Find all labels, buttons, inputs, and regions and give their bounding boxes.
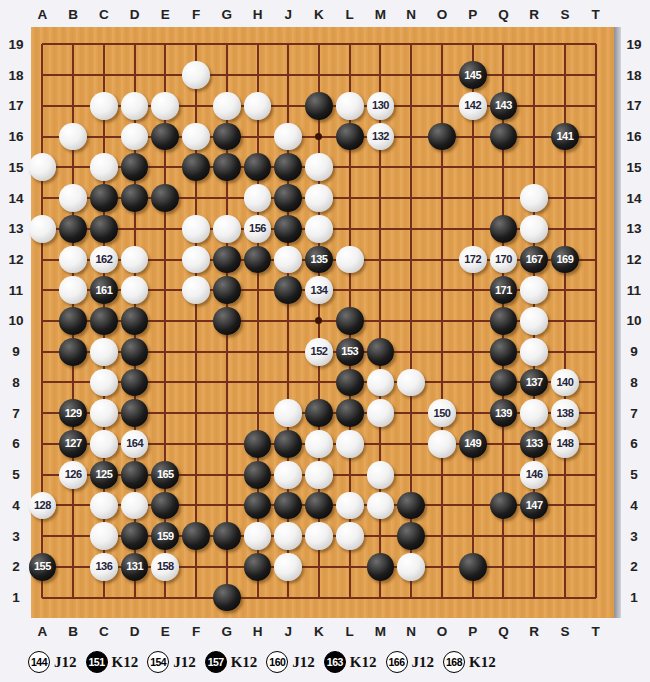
intersection-A8[interactable] [27, 367, 58, 398]
intersection-L3[interactable] [334, 521, 365, 552]
intersection-O2[interactable] [427, 552, 458, 583]
intersection-C19[interactable] [88, 29, 119, 60]
intersection-A18[interactable] [27, 60, 58, 91]
intersection-P11[interactable] [457, 275, 488, 306]
intersection-G14[interactable] [211, 183, 242, 214]
intersection-D10[interactable] [119, 306, 150, 337]
intersection-J9[interactable] [273, 336, 304, 367]
intersection-P1[interactable] [457, 582, 488, 613]
intersection-T17[interactable] [580, 90, 611, 121]
intersection-B19[interactable] [58, 29, 89, 60]
intersection-R19[interactable] [519, 29, 550, 60]
intersection-Q18[interactable] [488, 60, 519, 91]
intersection-L19[interactable] [334, 29, 365, 60]
intersection-F4[interactable] [181, 490, 212, 521]
intersection-G1[interactable] [211, 582, 242, 613]
intersection-G3[interactable] [211, 521, 242, 552]
intersection-M12[interactable] [365, 244, 396, 275]
intersection-R10[interactable] [519, 306, 550, 337]
intersection-J19[interactable] [273, 29, 304, 60]
intersection-O12[interactable] [427, 244, 458, 275]
intersection-J14[interactable] [273, 183, 304, 214]
intersection-B11[interactable] [58, 275, 89, 306]
intersection-O6[interactable] [427, 429, 458, 460]
intersection-K11[interactable]: 134 [304, 275, 335, 306]
intersection-D7[interactable] [119, 398, 150, 429]
intersection-D4[interactable] [119, 490, 150, 521]
intersection-E7[interactable] [150, 398, 181, 429]
intersection-S8[interactable]: 140 [550, 367, 581, 398]
intersection-B13[interactable] [58, 213, 89, 244]
intersection-F13[interactable] [181, 213, 212, 244]
intersection-D17[interactable] [119, 90, 150, 121]
intersection-C6[interactable] [88, 429, 119, 460]
intersection-L16[interactable] [334, 121, 365, 152]
intersection-Q17[interactable]: 143 [488, 90, 519, 121]
intersection-R6[interactable]: 133 [519, 429, 550, 460]
intersection-K16[interactable] [304, 121, 335, 152]
intersection-L15[interactable] [334, 152, 365, 183]
intersection-H10[interactable] [242, 306, 273, 337]
intersection-O1[interactable] [427, 582, 458, 613]
intersection-E8[interactable] [150, 367, 181, 398]
intersection-H9[interactable] [242, 336, 273, 367]
intersection-O16[interactable] [427, 121, 458, 152]
intersection-L2[interactable] [334, 552, 365, 583]
intersection-B3[interactable] [58, 521, 89, 552]
intersection-R8[interactable]: 137 [519, 367, 550, 398]
intersection-J16[interactable] [273, 121, 304, 152]
intersection-S9[interactable] [550, 336, 581, 367]
intersection-J12[interactable] [273, 244, 304, 275]
intersection-D19[interactable] [119, 29, 150, 60]
intersection-F9[interactable] [181, 336, 212, 367]
intersection-K7[interactable] [304, 398, 335, 429]
intersection-R13[interactable] [519, 213, 550, 244]
intersection-A15[interactable] [27, 152, 58, 183]
intersection-S19[interactable] [550, 29, 581, 60]
intersection-Q9[interactable] [488, 336, 519, 367]
intersection-D15[interactable] [119, 152, 150, 183]
intersection-G18[interactable] [211, 60, 242, 91]
intersection-L6[interactable] [334, 429, 365, 460]
intersection-D11[interactable] [119, 275, 150, 306]
intersection-T5[interactable] [580, 459, 611, 490]
intersection-Q7[interactable]: 139 [488, 398, 519, 429]
intersection-N12[interactable] [396, 244, 427, 275]
intersection-A11[interactable] [27, 275, 58, 306]
intersection-T10[interactable] [580, 306, 611, 337]
intersection-F10[interactable] [181, 306, 212, 337]
intersection-N18[interactable] [396, 60, 427, 91]
intersection-O14[interactable] [427, 183, 458, 214]
intersection-S2[interactable] [550, 552, 581, 583]
intersection-H5[interactable] [242, 459, 273, 490]
intersection-Q5[interactable] [488, 459, 519, 490]
intersection-S15[interactable] [550, 152, 581, 183]
intersection-M10[interactable] [365, 306, 396, 337]
intersection-S14[interactable] [550, 183, 581, 214]
intersection-Q12[interactable]: 170 [488, 244, 519, 275]
intersection-D12[interactable] [119, 244, 150, 275]
intersection-K19[interactable] [304, 29, 335, 60]
intersection-O11[interactable] [427, 275, 458, 306]
intersection-F7[interactable] [181, 398, 212, 429]
intersection-H7[interactable] [242, 398, 273, 429]
intersection-A14[interactable] [27, 183, 58, 214]
intersection-O8[interactable] [427, 367, 458, 398]
intersection-S7[interactable]: 138 [550, 398, 581, 429]
intersection-O5[interactable] [427, 459, 458, 490]
intersection-G4[interactable] [211, 490, 242, 521]
intersection-C5[interactable]: 125 [88, 459, 119, 490]
intersection-M18[interactable] [365, 60, 396, 91]
intersection-L11[interactable] [334, 275, 365, 306]
intersection-B10[interactable] [58, 306, 89, 337]
intersection-S6[interactable]: 148 [550, 429, 581, 460]
intersection-H18[interactable] [242, 60, 273, 91]
intersection-N7[interactable] [396, 398, 427, 429]
intersection-C17[interactable] [88, 90, 119, 121]
intersection-G5[interactable] [211, 459, 242, 490]
intersection-K9[interactable]: 152 [304, 336, 335, 367]
intersection-M7[interactable] [365, 398, 396, 429]
intersection-P7[interactable] [457, 398, 488, 429]
intersection-K18[interactable] [304, 60, 335, 91]
intersection-O17[interactable] [427, 90, 458, 121]
intersection-P5[interactable] [457, 459, 488, 490]
intersection-F2[interactable] [181, 552, 212, 583]
intersection-F15[interactable] [181, 152, 212, 183]
intersection-L13[interactable] [334, 213, 365, 244]
intersection-K2[interactable] [304, 552, 335, 583]
intersection-J5[interactable] [273, 459, 304, 490]
intersection-G6[interactable] [211, 429, 242, 460]
intersection-F8[interactable] [181, 367, 212, 398]
intersection-M9[interactable] [365, 336, 396, 367]
intersection-B12[interactable] [58, 244, 89, 275]
intersection-J17[interactable] [273, 90, 304, 121]
intersection-T4[interactable] [580, 490, 611, 521]
intersection-G12[interactable] [211, 244, 242, 275]
intersection-N16[interactable] [396, 121, 427, 152]
intersection-S4[interactable] [550, 490, 581, 521]
intersection-E1[interactable] [150, 582, 181, 613]
intersection-E3[interactable]: 159 [150, 521, 181, 552]
intersection-C12[interactable]: 162 [88, 244, 119, 275]
intersection-E13[interactable] [150, 213, 181, 244]
intersection-T14[interactable] [580, 183, 611, 214]
intersection-F16[interactable] [181, 121, 212, 152]
intersection-D1[interactable] [119, 582, 150, 613]
intersection-P17[interactable]: 142 [457, 90, 488, 121]
intersection-G11[interactable] [211, 275, 242, 306]
intersection-P19[interactable] [457, 29, 488, 60]
intersection-B7[interactable]: 129 [58, 398, 89, 429]
intersection-K12[interactable]: 135 [304, 244, 335, 275]
intersection-T13[interactable] [580, 213, 611, 244]
intersection-M14[interactable] [365, 183, 396, 214]
intersection-F18[interactable] [181, 60, 212, 91]
intersection-N1[interactable] [396, 582, 427, 613]
intersection-L9[interactable]: 153 [334, 336, 365, 367]
intersection-Q11[interactable]: 171 [488, 275, 519, 306]
intersection-J13[interactable] [273, 213, 304, 244]
intersection-C8[interactable] [88, 367, 119, 398]
intersection-Q13[interactable] [488, 213, 519, 244]
intersection-T1[interactable] [580, 582, 611, 613]
intersection-H12[interactable] [242, 244, 273, 275]
intersection-T16[interactable] [580, 121, 611, 152]
intersection-B18[interactable] [58, 60, 89, 91]
intersection-G7[interactable] [211, 398, 242, 429]
intersection-P18[interactable]: 145 [457, 60, 488, 91]
intersection-P10[interactable] [457, 306, 488, 337]
intersection-R4[interactable]: 147 [519, 490, 550, 521]
intersection-T8[interactable] [580, 367, 611, 398]
intersection-A16[interactable] [27, 121, 58, 152]
intersection-T15[interactable] [580, 152, 611, 183]
intersection-L8[interactable] [334, 367, 365, 398]
intersection-M11[interactable] [365, 275, 396, 306]
intersection-Q19[interactable] [488, 29, 519, 60]
intersection-R9[interactable] [519, 336, 550, 367]
intersection-B17[interactable] [58, 90, 89, 121]
intersection-L5[interactable] [334, 459, 365, 490]
intersection-E16[interactable] [150, 121, 181, 152]
intersection-L14[interactable] [334, 183, 365, 214]
intersection-J3[interactable] [273, 521, 304, 552]
intersection-H4[interactable] [242, 490, 273, 521]
intersection-A12[interactable] [27, 244, 58, 275]
intersection-J8[interactable] [273, 367, 304, 398]
intersection-N4[interactable] [396, 490, 427, 521]
intersection-A6[interactable] [27, 429, 58, 460]
intersection-K1[interactable] [304, 582, 335, 613]
intersection-Q3[interactable] [488, 521, 519, 552]
intersection-M4[interactable] [365, 490, 396, 521]
intersection-L4[interactable] [334, 490, 365, 521]
intersection-H15[interactable] [242, 152, 273, 183]
intersection-M8[interactable] [365, 367, 396, 398]
intersection-P6[interactable]: 149 [457, 429, 488, 460]
intersection-Q4[interactable] [488, 490, 519, 521]
intersection-D6[interactable]: 164 [119, 429, 150, 460]
intersection-C10[interactable] [88, 306, 119, 337]
intersection-K14[interactable] [304, 183, 335, 214]
intersection-T19[interactable] [580, 29, 611, 60]
intersection-N17[interactable] [396, 90, 427, 121]
intersection-O15[interactable] [427, 152, 458, 183]
intersection-A5[interactable] [27, 459, 58, 490]
intersection-B16[interactable] [58, 121, 89, 152]
intersection-C11[interactable]: 161 [88, 275, 119, 306]
intersection-Q10[interactable] [488, 306, 519, 337]
intersection-S10[interactable] [550, 306, 581, 337]
intersection-B4[interactable] [58, 490, 89, 521]
intersection-B15[interactable] [58, 152, 89, 183]
intersection-F12[interactable] [181, 244, 212, 275]
intersection-B6[interactable]: 127 [58, 429, 89, 460]
intersection-L10[interactable] [334, 306, 365, 337]
intersection-E5[interactable]: 165 [150, 459, 181, 490]
intersection-A3[interactable] [27, 521, 58, 552]
intersection-N5[interactable] [396, 459, 427, 490]
intersection-L1[interactable] [334, 582, 365, 613]
intersection-D2[interactable]: 131 [119, 552, 150, 583]
intersection-K8[interactable] [304, 367, 335, 398]
intersection-R11[interactable] [519, 275, 550, 306]
intersection-H14[interactable] [242, 183, 273, 214]
intersection-J1[interactable] [273, 582, 304, 613]
intersection-J15[interactable] [273, 152, 304, 183]
intersection-Q14[interactable] [488, 183, 519, 214]
intersection-S5[interactable] [550, 459, 581, 490]
intersection-N8[interactable] [396, 367, 427, 398]
intersection-G2[interactable] [211, 552, 242, 583]
intersection-T6[interactable] [580, 429, 611, 460]
intersection-A9[interactable] [27, 336, 58, 367]
intersection-O4[interactable] [427, 490, 458, 521]
intersection-S16[interactable]: 141 [550, 121, 581, 152]
intersection-E19[interactable] [150, 29, 181, 60]
intersection-P13[interactable] [457, 213, 488, 244]
intersection-S18[interactable] [550, 60, 581, 91]
intersection-G9[interactable] [211, 336, 242, 367]
intersection-A4[interactable]: 128 [27, 490, 58, 521]
intersection-C1[interactable] [88, 582, 119, 613]
intersection-R7[interactable] [519, 398, 550, 429]
intersection-M19[interactable] [365, 29, 396, 60]
intersection-O13[interactable] [427, 213, 458, 244]
intersection-T3[interactable] [580, 521, 611, 552]
intersection-C9[interactable] [88, 336, 119, 367]
intersection-J18[interactable] [273, 60, 304, 91]
intersection-D13[interactable] [119, 213, 150, 244]
intersection-O18[interactable] [427, 60, 458, 91]
intersection-F3[interactable] [181, 521, 212, 552]
intersection-K4[interactable] [304, 490, 335, 521]
intersection-R16[interactable] [519, 121, 550, 152]
intersection-M17[interactable]: 130 [365, 90, 396, 121]
intersection-B14[interactable] [58, 183, 89, 214]
intersection-T12[interactable] [580, 244, 611, 275]
intersection-J2[interactable] [273, 552, 304, 583]
intersection-S12[interactable]: 169 [550, 244, 581, 275]
intersection-C15[interactable] [88, 152, 119, 183]
intersection-Q2[interactable] [488, 552, 519, 583]
intersection-O19[interactable] [427, 29, 458, 60]
intersection-T18[interactable] [580, 60, 611, 91]
intersection-H17[interactable] [242, 90, 273, 121]
intersection-L17[interactable] [334, 90, 365, 121]
intersection-A13[interactable] [27, 213, 58, 244]
intersection-C16[interactable] [88, 121, 119, 152]
intersection-N6[interactable] [396, 429, 427, 460]
intersection-E4[interactable] [150, 490, 181, 521]
intersection-P16[interactable] [457, 121, 488, 152]
intersection-F6[interactable] [181, 429, 212, 460]
intersection-P4[interactable] [457, 490, 488, 521]
intersection-H19[interactable] [242, 29, 273, 60]
intersection-R5[interactable]: 146 [519, 459, 550, 490]
intersection-D8[interactable] [119, 367, 150, 398]
intersection-O7[interactable]: 150 [427, 398, 458, 429]
intersection-A7[interactable] [27, 398, 58, 429]
intersection-H2[interactable] [242, 552, 273, 583]
intersection-H6[interactable] [242, 429, 273, 460]
intersection-B2[interactable] [58, 552, 89, 583]
intersection-N14[interactable] [396, 183, 427, 214]
intersection-R12[interactable]: 167 [519, 244, 550, 275]
intersection-F19[interactable] [181, 29, 212, 60]
intersection-L12[interactable] [334, 244, 365, 275]
intersection-B9[interactable] [58, 336, 89, 367]
intersection-O10[interactable] [427, 306, 458, 337]
intersection-B8[interactable] [58, 367, 89, 398]
intersection-N11[interactable] [396, 275, 427, 306]
intersection-A1[interactable] [27, 582, 58, 613]
intersection-G15[interactable] [211, 152, 242, 183]
intersection-T2[interactable] [580, 552, 611, 583]
intersection-G19[interactable] [211, 29, 242, 60]
intersection-R17[interactable] [519, 90, 550, 121]
intersection-T9[interactable] [580, 336, 611, 367]
intersection-L7[interactable] [334, 398, 365, 429]
intersection-J11[interactable] [273, 275, 304, 306]
intersection-Q1[interactable] [488, 582, 519, 613]
intersection-M6[interactable] [365, 429, 396, 460]
intersection-B5[interactable]: 126 [58, 459, 89, 490]
intersection-L18[interactable] [334, 60, 365, 91]
intersection-Q16[interactable] [488, 121, 519, 152]
intersection-E2[interactable]: 158 [150, 552, 181, 583]
intersection-C3[interactable] [88, 521, 119, 552]
intersection-H13[interactable]: 156 [242, 213, 273, 244]
intersection-N3[interactable] [396, 521, 427, 552]
intersection-C14[interactable] [88, 183, 119, 214]
intersection-E9[interactable] [150, 336, 181, 367]
intersection-E17[interactable] [150, 90, 181, 121]
intersection-H1[interactable] [242, 582, 273, 613]
intersection-F5[interactable] [181, 459, 212, 490]
intersection-J10[interactable] [273, 306, 304, 337]
intersection-S13[interactable] [550, 213, 581, 244]
intersection-J6[interactable] [273, 429, 304, 460]
intersection-N10[interactable] [396, 306, 427, 337]
intersection-K15[interactable] [304, 152, 335, 183]
intersection-C4[interactable] [88, 490, 119, 521]
intersection-D18[interactable] [119, 60, 150, 91]
intersection-F17[interactable] [181, 90, 212, 121]
intersection-S1[interactable] [550, 582, 581, 613]
intersection-M16[interactable]: 132 [365, 121, 396, 152]
intersection-C2[interactable]: 136 [88, 552, 119, 583]
intersection-N9[interactable] [396, 336, 427, 367]
intersection-F1[interactable] [181, 582, 212, 613]
intersection-C13[interactable] [88, 213, 119, 244]
intersection-D14[interactable] [119, 183, 150, 214]
intersection-S3[interactable] [550, 521, 581, 552]
intersection-Q8[interactable] [488, 367, 519, 398]
intersection-E14[interactable] [150, 183, 181, 214]
intersection-M3[interactable] [365, 521, 396, 552]
intersection-C18[interactable] [88, 60, 119, 91]
intersection-D5[interactable] [119, 459, 150, 490]
intersection-K13[interactable] [304, 213, 335, 244]
intersection-D9[interactable] [119, 336, 150, 367]
intersection-K3[interactable] [304, 521, 335, 552]
